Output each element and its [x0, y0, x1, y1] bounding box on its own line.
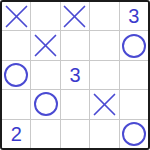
- x-mark-icon: [34, 34, 57, 57]
- cell-r2c5[interactable]: [120, 31, 148, 59]
- cell-r5c3[interactable]: [61, 120, 89, 148]
- x-mark-icon: [93, 93, 116, 116]
- x-mark-icon: [5, 5, 28, 28]
- o-mark-icon: [122, 122, 146, 146]
- cell-r3c5[interactable]: [120, 61, 148, 89]
- cell-r1c1[interactable]: [2, 2, 30, 30]
- cell-r1c5[interactable]: 3: [120, 2, 148, 30]
- cell-r3c3[interactable]: 3: [61, 61, 89, 89]
- cell-r2c2[interactable]: [31, 31, 59, 59]
- cell-r5c5[interactable]: [120, 120, 148, 148]
- cell-r5c1[interactable]: 2: [2, 120, 30, 148]
- cell-r2c4[interactable]: [90, 31, 118, 59]
- cell-r5c4[interactable]: [90, 120, 118, 148]
- cell-r4c5[interactable]: [120, 90, 148, 118]
- o-mark-icon: [122, 34, 146, 58]
- cell-r5c2[interactable]: [31, 120, 59, 148]
- clue-number: 2: [11, 124, 22, 144]
- cell-r3c2[interactable]: [31, 61, 59, 89]
- cell-r1c4[interactable]: [90, 2, 118, 30]
- cell-r1c3[interactable]: [61, 2, 89, 30]
- cell-r4c4[interactable]: [90, 90, 118, 118]
- clue-number: 3: [69, 65, 80, 85]
- o-mark-icon: [4, 63, 28, 87]
- cell-r3c4[interactable]: [90, 61, 118, 89]
- cell-r1c2[interactable]: [31, 2, 59, 30]
- cell-r4c1[interactable]: [2, 90, 30, 118]
- o-mark-icon: [34, 92, 58, 116]
- puzzle-board: 332: [0, 0, 150, 150]
- cell-r3c1[interactable]: [2, 61, 30, 89]
- cell-r4c2[interactable]: [31, 90, 59, 118]
- cell-r2c1[interactable]: [2, 31, 30, 59]
- cell-r4c3[interactable]: [61, 90, 89, 118]
- cell-r2c3[interactable]: [61, 31, 89, 59]
- x-mark-icon: [63, 5, 86, 28]
- clue-number: 3: [128, 6, 139, 26]
